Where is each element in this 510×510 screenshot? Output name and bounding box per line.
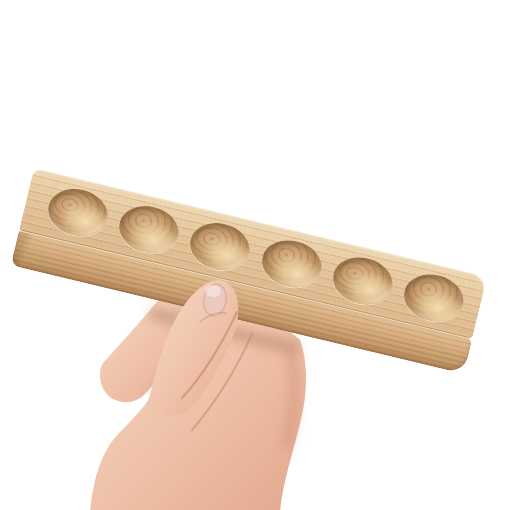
thumb xyxy=(0,0,510,510)
scene xyxy=(0,0,510,510)
